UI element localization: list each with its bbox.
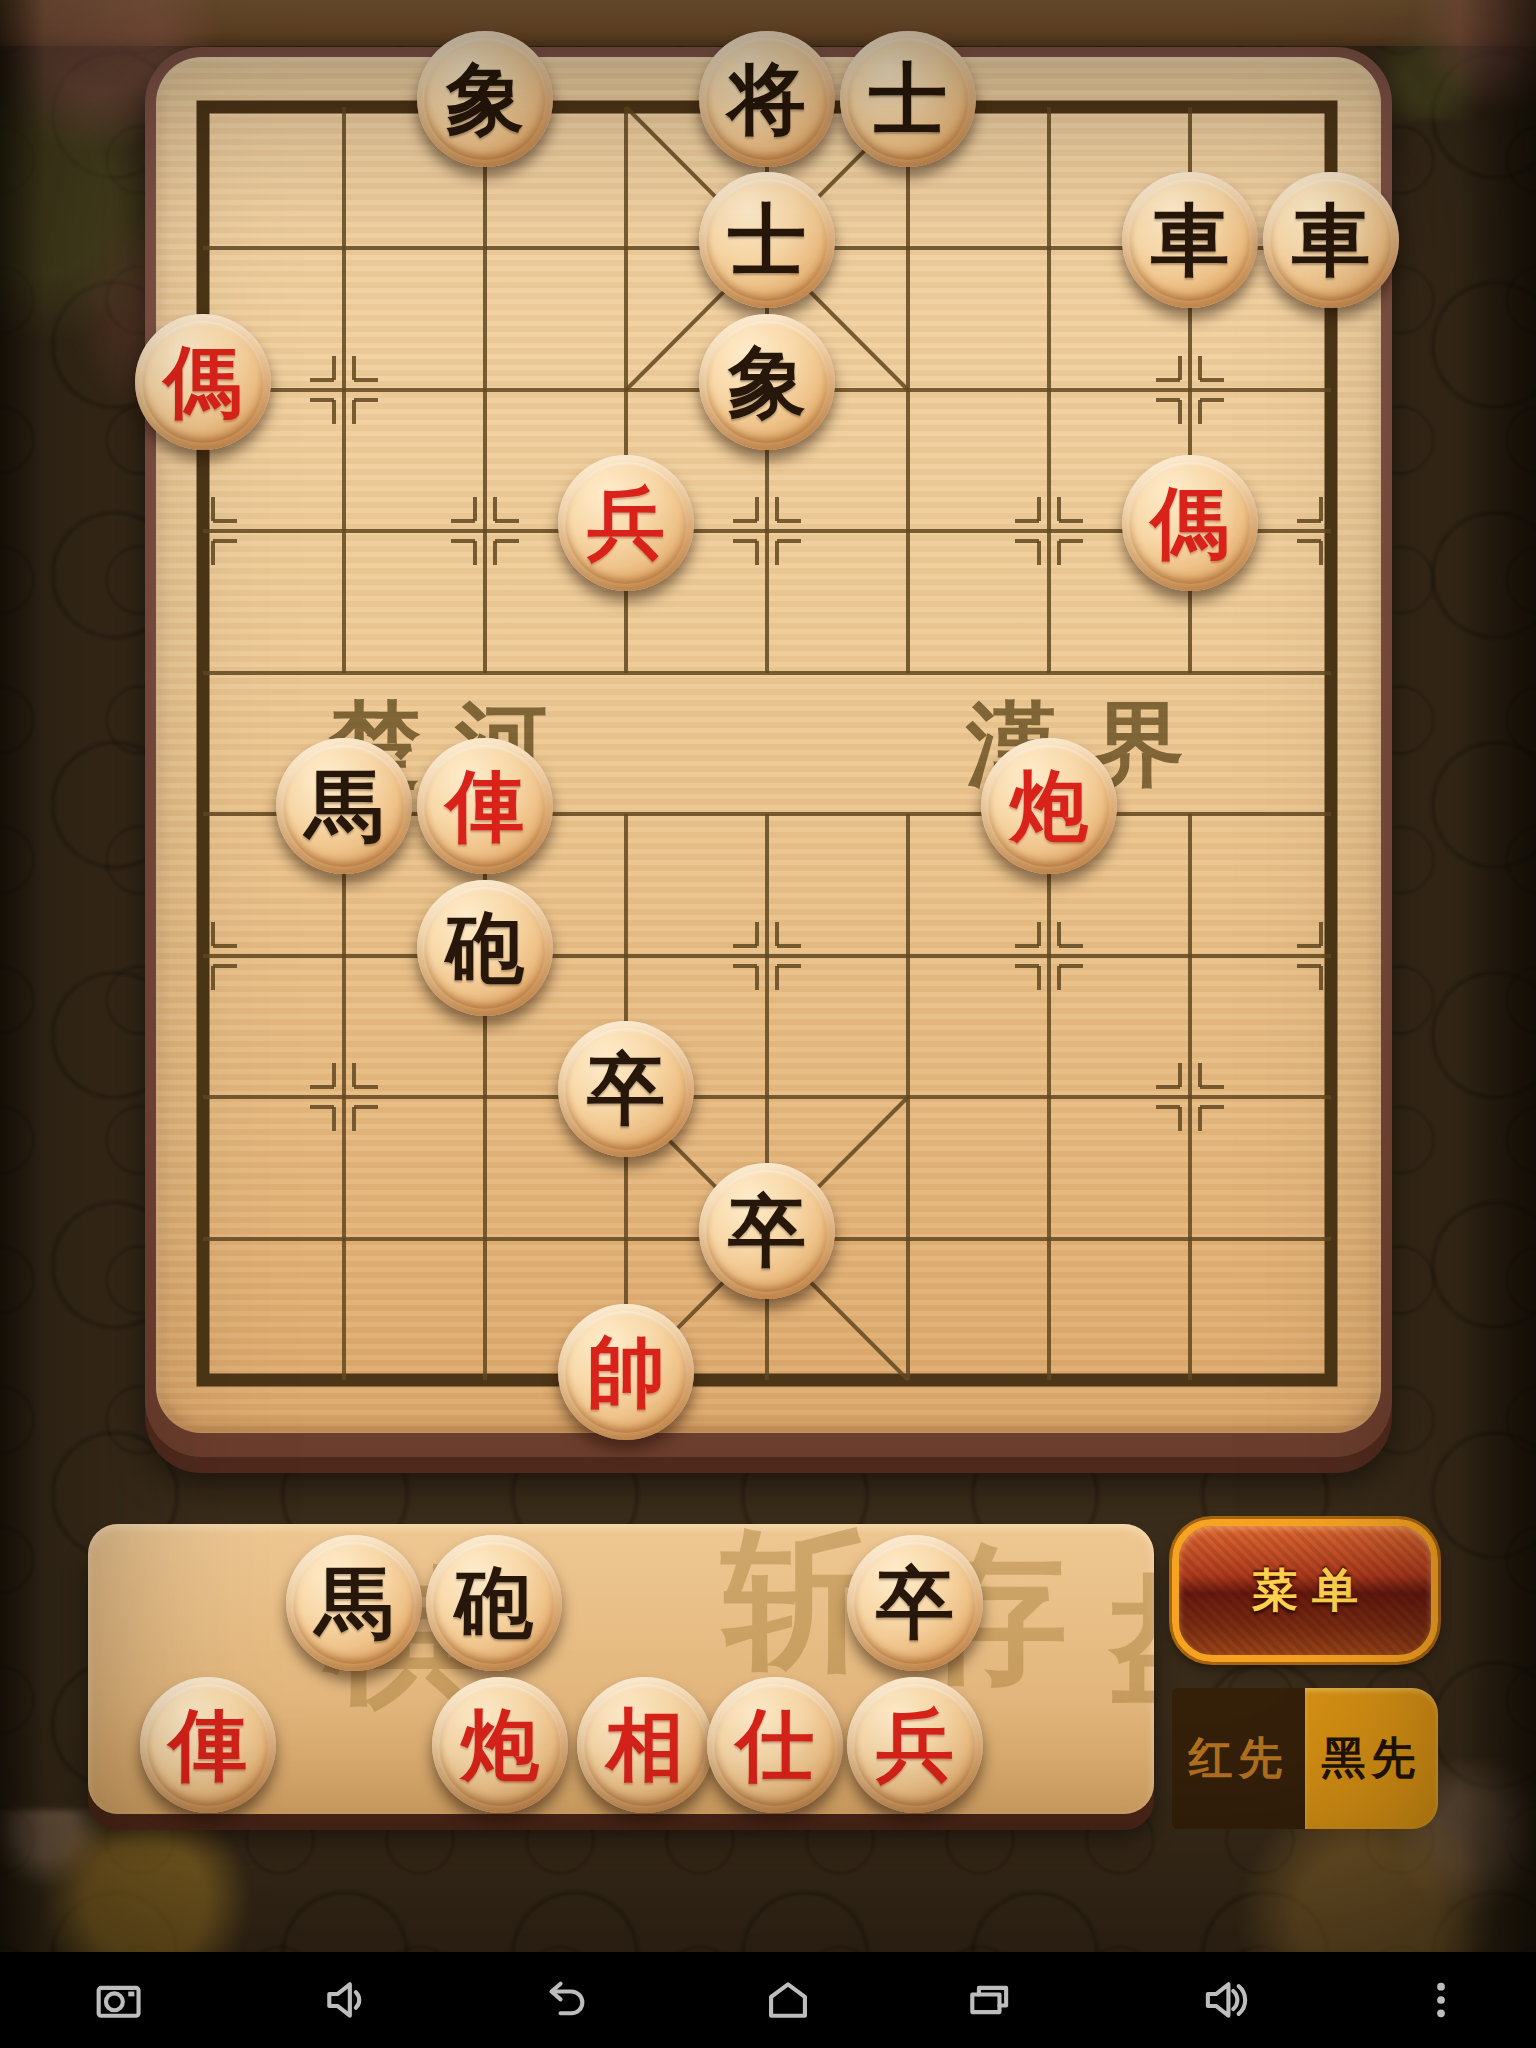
screenshot-camera-icon[interactable]: [89, 1971, 147, 2029]
volume-down-icon[interactable]: [316, 1971, 374, 2029]
red-first-button[interactable]: 红先: [1172, 1688, 1305, 1829]
first-move-toggle: 红先 黑先: [1172, 1688, 1438, 1829]
tray-piece-red[interactable]: 相: [577, 1677, 713, 1813]
board-piece-black[interactable]: 象: [417, 31, 553, 167]
board-piece-black[interactable]: 車: [1263, 172, 1399, 308]
board-piece-red[interactable]: 兵: [558, 455, 694, 591]
tray-piece-red[interactable]: 兵: [847, 1677, 983, 1813]
watermark-char: 盘: [1108, 1556, 1154, 1706]
back-icon[interactable]: [534, 1971, 592, 2029]
board-piece-red[interactable]: 傌: [135, 314, 271, 450]
board-piece-black[interactable]: 卒: [699, 1163, 835, 1299]
board-piece-black[interactable]: 士: [840, 31, 976, 167]
tray-piece-red[interactable]: 俥: [140, 1677, 276, 1813]
black-first-button[interactable]: 黑先: [1305, 1688, 1438, 1829]
board-piece-red[interactable]: 炮: [981, 738, 1117, 874]
android-navbar: [0, 1952, 1536, 2048]
tray-piece-red[interactable]: 炮: [432, 1677, 568, 1813]
board-piece-red[interactable]: 俥: [417, 738, 553, 874]
recents-icon[interactable]: [959, 1971, 1017, 2029]
tray-piece-black[interactable]: 砲: [426, 1535, 562, 1671]
menu-button-label: 菜单: [1238, 1560, 1372, 1622]
board-piece-black[interactable]: 士: [699, 172, 835, 308]
board-piece-black[interactable]: 将: [699, 31, 835, 167]
board-piece-black[interactable]: 卒: [558, 1021, 694, 1157]
volume-up-icon[interactable]: [1197, 1971, 1255, 2029]
board-piece-red[interactable]: 帥: [558, 1304, 694, 1440]
board-piece-black[interactable]: 馬: [276, 738, 412, 874]
menu-button[interactable]: 菜单: [1172, 1519, 1438, 1662]
home-icon[interactable]: [759, 1971, 817, 2029]
board-piece-black[interactable]: 砲: [417, 880, 553, 1016]
tray-piece-red[interactable]: 仕: [707, 1677, 843, 1813]
tray-piece-black[interactable]: 馬: [286, 1535, 422, 1671]
xiangqi-app-screen: 楚河 漢界 象将士士車車傌象兵傌馬俥炮砲卒卒帥 棋斩存盘 馬砲卒俥炮相仕兵 菜单…: [0, 0, 1536, 2048]
board-piece-black[interactable]: 象: [699, 314, 835, 450]
board-piece-red[interactable]: 傌: [1122, 455, 1258, 591]
tray-piece-black[interactable]: 卒: [847, 1535, 983, 1671]
board-piece-black[interactable]: 車: [1122, 172, 1258, 308]
overflow-menu-icon[interactable]: [1412, 1971, 1470, 2029]
